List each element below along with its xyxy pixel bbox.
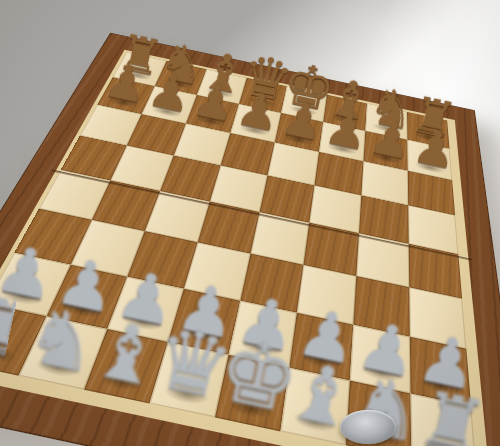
- black-pawn-b7[interactable]: ♟: [144, 65, 196, 121]
- square-e4[interactable]: [251, 212, 310, 265]
- square-a4[interactable]: [39, 170, 110, 220]
- square-e7[interactable]: ♟: [275, 113, 324, 152]
- board-frame: ♜♞♝♛♚♝♞♜♟♟♟♟♟♟♟♟♟♟♟♟♟♟♟♟♜♞♝♛♚♝♞♜: [0, 33, 500, 446]
- board-grid: ♜♞♝♛♚♝♞♜♟♟♟♟♟♟♟♟♟♟♟♟♟♟♟♟♜♞♝♛♚♝♞♜: [0, 52, 484, 446]
- board-inner-strip: ♜♞♝♛♚♝♞♜♟♟♟♟♟♟♟♟♟♟♟♟♟♟♟♟♜♞♝♛♚♝♞♜: [0, 50, 491, 446]
- fallen-piece-disc[interactable]: [340, 410, 396, 444]
- square-d4[interactable]: [198, 202, 260, 254]
- black-pawn-h7[interactable]: ♟: [409, 122, 461, 178]
- board-tilt: ♜♞♝♛♚♝♞♜♟♟♟♟♟♟♟♟♟♟♟♟♟♟♟♟♜♞♝♛♚♝♞♜: [0, 33, 500, 446]
- black-pawn-c7[interactable]: ♟: [188, 75, 240, 131]
- black-pawn-e7[interactable]: ♟: [276, 93, 328, 149]
- black-pawn-d7[interactable]: ♟: [232, 84, 284, 140]
- chess-board: ♜♞♝♛♚♝♞♜♟♟♟♟♟♟♟♟♟♟♟♟♟♟♟♟♜♞♝♛♚♝♞♜: [0, 0, 500, 446]
- black-pawn-a7[interactable]: ♟: [100, 56, 152, 112]
- photo-scene: ♜♞♝♛♚♝♞♜♟♟♟♟♟♟♟♟♟♟♟♟♟♟♟♟♜♞♝♛♚♝♞♜: [0, 0, 500, 446]
- square-d7[interactable]: ♟: [230, 104, 281, 142]
- square-d6[interactable]: [221, 133, 275, 175]
- black-pawn-f7[interactable]: ♟: [321, 103, 373, 159]
- square-b4[interactable]: [92, 180, 160, 231]
- black-pawn-g7[interactable]: ♟: [365, 112, 417, 168]
- square-e1[interactable]: ♚: [215, 355, 289, 432]
- square-f1[interactable]: ♝: [280, 368, 349, 446]
